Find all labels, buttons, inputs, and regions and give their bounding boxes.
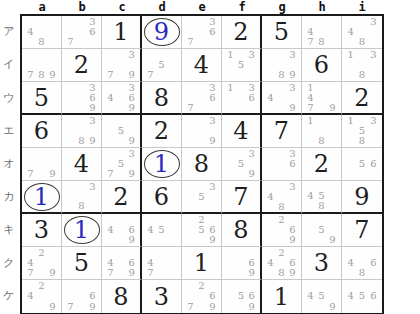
candidate-7: 7 <box>305 37 316 47</box>
row-label-5: オ <box>0 147 18 180</box>
candidate-grid: 2569 <box>182 214 221 246</box>
cell-d3[interactable]: 8 <box>142 82 182 115</box>
candidate-1: 1 <box>225 50 236 60</box>
candidate-7: 7 <box>185 37 196 47</box>
candidate-grid: 56 <box>342 148 382 180</box>
candidate-5: 5 <box>316 291 327 301</box>
candidate-5: 5 <box>316 225 327 235</box>
circled-digit: 1 <box>142 148 181 180</box>
candidate-7: 7 <box>65 302 76 312</box>
candidate-3: 3 <box>246 50 257 60</box>
digit: 8 <box>182 148 221 180</box>
candidate-6: 6 <box>246 93 257 103</box>
candidate-grid: 135 <box>222 49 260 81</box>
candidate-2: 2 <box>36 248 47 258</box>
candidate-9: 9 <box>287 103 298 113</box>
candidate-grid: 269 <box>262 214 301 246</box>
cell-g4[interactable]: 7 <box>262 115 302 148</box>
candidate-grid: 459 <box>302 280 341 313</box>
candidate-5: 5 <box>156 60 167 70</box>
candidate-3: 3 <box>207 182 218 192</box>
circled-digit: 1 <box>22 181 61 212</box>
candidate-4: 4 <box>265 192 276 202</box>
cell-g1[interactable]: 5 <box>262 16 302 49</box>
candidate-9: 9 <box>87 136 98 146</box>
candidate-9: 9 <box>207 235 218 245</box>
candidate-grid: 39 <box>182 115 221 147</box>
row-label-9: ケ <box>0 279 18 312</box>
row-label-8: ク <box>0 246 18 279</box>
column-label-a: a <box>22 0 62 14</box>
candidate-9: 9 <box>246 268 257 278</box>
candidate-grid: 349 <box>262 82 301 113</box>
candidate-grid: 478 <box>302 16 341 48</box>
digit: 2 <box>62 49 101 81</box>
digit: 1 <box>182 247 221 279</box>
candidate-grid: 38 <box>62 181 101 212</box>
cell-d9[interactable]: 3 <box>142 280 182 313</box>
digit: 6 <box>142 181 181 212</box>
candidate-9: 9 <box>207 136 218 146</box>
candidate-5: 5 <box>236 291 247 301</box>
candidate-9: 9 <box>287 70 298 80</box>
cell-f9[interactable]: 569 <box>222 280 262 313</box>
candidate-6: 6 <box>207 27 218 37</box>
digit: 5 <box>22 82 61 113</box>
cell-i1[interactable]: 348 <box>342 16 382 49</box>
candidate-grid: 359 <box>222 148 260 180</box>
candidate-5: 5 <box>116 126 127 136</box>
cell-i9[interactable]: 456 <box>342 280 382 313</box>
digit: 6 <box>22 115 61 147</box>
candidate-grid: 69 <box>222 247 260 279</box>
digit: 4 <box>222 115 260 147</box>
candidate-7: 7 <box>305 103 316 113</box>
cell-d5[interactable]: 1 <box>142 148 182 181</box>
candidate-9: 9 <box>87 302 98 312</box>
cell-f3[interactable]: 136 <box>222 82 262 115</box>
candidate-grid: 389 <box>62 115 101 147</box>
candidate-9: 9 <box>287 268 298 278</box>
candidate-grid: 569 <box>222 280 260 313</box>
candidate-7: 7 <box>145 268 156 278</box>
candidate-grid: 369 <box>62 82 101 113</box>
cell-c9[interactable]: 8 <box>102 280 142 313</box>
cell-b1[interactable]: 367 <box>62 16 102 49</box>
candidate-9: 9 <box>126 136 137 146</box>
candidate-grid: 24689 <box>262 247 301 279</box>
cell-d4[interactable]: 2 <box>142 115 182 148</box>
candidate-3: 3 <box>207 116 218 126</box>
candidate-2: 2 <box>196 281 207 291</box>
circled-digit: 1 <box>62 214 101 246</box>
row-label-7: キ <box>0 213 18 246</box>
cell-a6[interactable]: 1 <box>22 181 62 214</box>
candidate-8: 8 <box>356 136 367 146</box>
candidate-grid: 469 <box>102 214 140 246</box>
digit: 4 <box>62 148 101 180</box>
candidate-3: 3 <box>287 182 298 192</box>
candidate-grid: 679 <box>62 280 101 313</box>
cell-h5[interactable]: 2 <box>302 148 342 181</box>
candidate-2: 2 <box>276 215 287 225</box>
cell-e8[interactable]: 1 <box>182 247 222 280</box>
digit: 3 <box>22 214 61 246</box>
candidate-8: 8 <box>356 268 367 278</box>
candidate-3: 3 <box>246 149 257 159</box>
candidate-grid: 789 <box>22 49 61 81</box>
cell-h1[interactable]: 478 <box>302 16 342 49</box>
candidate-8: 8 <box>76 201 87 211</box>
cell-d8[interactable]: 47 <box>142 247 182 280</box>
candidate-5: 5 <box>116 159 127 169</box>
candidate-8: 8 <box>316 201 327 211</box>
candidate-9: 9 <box>87 103 98 113</box>
cell-h4[interactable]: 18 <box>302 115 342 148</box>
candidate-5: 5 <box>236 159 247 169</box>
candidate-grid: 18 <box>302 115 341 147</box>
candidate-grid: 367 <box>182 16 221 48</box>
cell-e5[interactable]: 8 <box>182 148 222 181</box>
candidate-6: 6 <box>368 258 379 268</box>
candidate-2: 2 <box>36 281 47 291</box>
column-label-f: f <box>222 0 262 14</box>
cell-f1[interactable]: 2 <box>222 16 262 49</box>
candidate-4: 4 <box>345 27 356 37</box>
candidate-4: 4 <box>305 191 316 201</box>
digit: 5 <box>262 16 301 48</box>
candidate-4: 4 <box>345 291 356 301</box>
candidate-9: 9 <box>47 302 58 312</box>
candidate-5: 5 <box>156 225 167 235</box>
digit: 7 <box>222 181 260 212</box>
candidate-9: 9 <box>327 235 338 245</box>
candidate-grid: 59 <box>302 214 341 246</box>
cell-g5[interactable]: 36 <box>262 148 302 181</box>
candidate-9: 9 <box>207 302 218 312</box>
cell-d7[interactable]: 45 <box>142 214 182 247</box>
candidate-9: 9 <box>47 70 58 80</box>
cell-b4[interactable]: 389 <box>62 115 102 148</box>
digit: 2 <box>222 16 260 48</box>
candidate-4: 4 <box>265 93 276 103</box>
cell-c1[interactable]: 1 <box>102 16 142 49</box>
candidate-grid: 79 <box>22 148 61 180</box>
digit: 7 <box>342 214 382 246</box>
candidate-grid: 136 <box>222 82 260 113</box>
cell-h8[interactable]: 3 <box>302 247 342 280</box>
candidate-9: 9 <box>327 302 338 312</box>
cell-c7[interactable]: 469 <box>102 214 142 247</box>
row-label-1: ア <box>0 15 18 48</box>
cell-c8[interactable]: 4679 <box>102 247 142 280</box>
cell-i5[interactable]: 56 <box>342 148 382 181</box>
cell-c5[interactable]: 3579 <box>102 148 142 181</box>
cell-h3[interactable]: 1479 <box>302 82 342 115</box>
cell-d6[interactable]: 6 <box>142 181 182 214</box>
candidate-1: 1 <box>225 83 236 93</box>
candidate-grid: 458 <box>302 181 341 212</box>
candidate-grid: 1358 <box>342 115 382 147</box>
candidate-1: 1 <box>305 116 316 126</box>
candidate-7: 7 <box>25 268 36 278</box>
cell-e6[interactable]: 35 <box>182 181 222 214</box>
cell-g9[interactable]: 1 <box>262 280 302 313</box>
candidate-grid: 48 <box>22 16 61 48</box>
cell-g8[interactable]: 24689 <box>262 247 302 280</box>
candidate-3: 3 <box>287 50 298 60</box>
candidate-8: 8 <box>356 70 367 80</box>
digit: 8 <box>222 214 260 246</box>
candidate-4: 4 <box>145 225 156 235</box>
column-label-b: b <box>62 0 102 14</box>
cell-c3[interactable]: 3469 <box>102 82 142 115</box>
digit: 9 <box>342 181 382 212</box>
digit: 1 <box>102 16 140 48</box>
cell-i3[interactable]: 2 <box>342 82 382 115</box>
cell-h2[interactable]: 6 <box>302 49 342 82</box>
candidate-7: 7 <box>185 302 196 312</box>
cell-b2[interactable]: 2 <box>62 49 102 82</box>
candidate-9: 9 <box>47 268 58 278</box>
candidate-3: 3 <box>126 50 137 60</box>
column-label-d: d <box>142 0 182 14</box>
column-label-g: g <box>262 0 302 14</box>
candidate-8: 8 <box>316 37 327 47</box>
candidate-9: 9 <box>246 302 257 312</box>
candidate-7: 7 <box>105 169 116 179</box>
candidate-grid: 348 <box>262 181 301 212</box>
row-label-6: カ <box>0 180 18 213</box>
candidate-9: 9 <box>287 235 298 245</box>
candidate-8: 8 <box>276 268 287 278</box>
cell-a3[interactable]: 5 <box>22 82 62 115</box>
candidate-6: 6 <box>368 159 379 169</box>
cell-h7[interactable]: 59 <box>302 214 342 247</box>
candidate-grid: 35 <box>182 181 221 212</box>
row-label-3: ウ <box>0 81 18 114</box>
cell-e2[interactable]: 4 <box>182 49 222 82</box>
cell-e1[interactable]: 367 <box>182 16 222 49</box>
candidate-grid: 36 <box>262 148 301 180</box>
column-label-c: c <box>102 0 142 14</box>
candidate-3: 3 <box>87 116 98 126</box>
candidate-9: 9 <box>246 169 257 179</box>
candidate-grid: 367 <box>182 82 221 113</box>
digit: 1 <box>262 280 301 313</box>
cell-h6[interactable]: 458 <box>302 181 342 214</box>
cell-a7[interactable]: 3 <box>22 214 62 247</box>
candidate-9: 9 <box>126 169 137 179</box>
candidate-5: 5 <box>356 159 367 169</box>
cell-f6[interactable]: 7 <box>222 181 262 214</box>
candidate-grid: 249 <box>22 280 61 313</box>
candidate-4: 4 <box>305 291 316 301</box>
candidate-4: 4 <box>105 93 116 103</box>
candidate-7: 7 <box>185 103 196 113</box>
digit: 2 <box>342 82 382 113</box>
cell-a5[interactable]: 79 <box>22 148 62 181</box>
candidate-8: 8 <box>276 70 287 80</box>
row-label-4: エ <box>0 114 18 147</box>
row-label-2: イ <box>0 48 18 81</box>
candidate-9: 9 <box>47 169 58 179</box>
candidate-5: 5 <box>236 60 247 70</box>
digit: 8 <box>142 82 181 113</box>
digit: 8 <box>102 280 140 313</box>
candidate-7: 7 <box>25 70 36 80</box>
cell-g3[interactable]: 349 <box>262 82 302 115</box>
candidate-grid: 468 <box>342 247 382 279</box>
digit: 3 <box>142 280 181 313</box>
cell-a2[interactable]: 789 <box>22 49 62 82</box>
cell-f2[interactable]: 135 <box>222 49 262 82</box>
candidate-6: 6 <box>287 159 298 169</box>
candidate-3: 3 <box>368 116 379 126</box>
candidate-7: 7 <box>145 70 156 80</box>
cell-b5[interactable]: 4 <box>62 148 102 181</box>
cell-i2[interactable]: 138 <box>342 49 382 82</box>
candidate-8: 8 <box>36 37 47 47</box>
candidate-3: 3 <box>87 182 98 192</box>
candidate-grid: 59 <box>102 115 140 147</box>
digit: 2 <box>102 181 140 212</box>
digit: 2 <box>302 148 341 180</box>
candidate-4: 4 <box>25 27 36 37</box>
circled-digit: 9 <box>142 16 181 48</box>
candidate-8: 8 <box>76 136 87 146</box>
candidate-grid: 138 <box>342 49 382 81</box>
cell-i7[interactable]: 7 <box>342 214 382 247</box>
cell-b7[interactable]: 1 <box>62 214 102 247</box>
candidate-9: 9 <box>126 103 137 113</box>
candidate-5: 5 <box>196 225 207 235</box>
cell-i6[interactable]: 9 <box>342 181 382 214</box>
candidate-6: 6 <box>368 291 379 301</box>
sudoku-app: abcdefghi アイウエオカキクケ 48367193672547834878… <box>0 0 420 314</box>
cell-b9[interactable]: 679 <box>62 280 102 313</box>
candidate-9: 9 <box>126 70 137 80</box>
candidate-grid: 3579 <box>102 148 140 180</box>
candidate-4: 4 <box>105 225 116 235</box>
cell-f7[interactable]: 8 <box>222 214 262 247</box>
cell-a8[interactable]: 2479 <box>22 247 62 280</box>
candidate-7: 7 <box>105 268 116 278</box>
candidate-grid: 45 <box>142 214 181 246</box>
candidate-8: 8 <box>356 37 367 47</box>
sudoku-board: 4836719367254783487892379574135389613853… <box>20 14 384 314</box>
candidate-6: 6 <box>87 27 98 37</box>
cell-g2[interactable]: 389 <box>262 49 302 82</box>
candidate-8: 8 <box>36 70 47 80</box>
candidate-grid: 2679 <box>182 280 221 313</box>
candidate-4: 4 <box>265 258 276 268</box>
cell-i8[interactable]: 468 <box>342 247 382 280</box>
cell-e9[interactable]: 2679 <box>182 280 222 313</box>
candidate-4: 4 <box>345 258 356 268</box>
candidate-grid: 4679 <box>102 247 140 279</box>
digit: 2 <box>142 115 181 147</box>
candidate-grid: 1479 <box>302 82 341 113</box>
candidate-8: 8 <box>276 202 287 212</box>
candidate-5: 5 <box>196 192 207 202</box>
cell-a4[interactable]: 6 <box>22 115 62 148</box>
cell-b8[interactable]: 5 <box>62 247 102 280</box>
candidate-grid: 456 <box>342 280 382 313</box>
cell-a1[interactable]: 48 <box>22 16 62 49</box>
candidate-grid: 2479 <box>22 247 61 279</box>
candidate-3: 3 <box>287 83 298 93</box>
candidate-3: 3 <box>126 149 137 159</box>
cell-a9[interactable]: 249 <box>22 280 62 313</box>
candidate-7: 7 <box>105 70 116 80</box>
candidate-grid: 47 <box>142 247 181 279</box>
column-label-i: i <box>342 0 382 14</box>
column-label-h: h <box>302 0 342 14</box>
candidate-2: 2 <box>276 248 287 258</box>
candidate-grid: 3469 <box>102 82 140 113</box>
cell-f8[interactable]: 69 <box>222 247 262 280</box>
candidate-grid: 57 <box>142 49 181 81</box>
cell-g6[interactable]: 348 <box>262 181 302 214</box>
candidate-8: 8 <box>316 136 327 146</box>
candidate-grid: 389 <box>262 49 301 81</box>
cell-d1[interactable]: 9 <box>142 16 182 49</box>
cell-c6[interactable]: 2 <box>102 181 142 214</box>
candidate-4: 4 <box>25 291 36 301</box>
candidate-7: 7 <box>65 37 76 47</box>
cell-c2[interactable]: 379 <box>102 49 142 82</box>
candidate-grid: 379 <box>102 49 140 81</box>
candidate-5: 5 <box>356 291 367 301</box>
cell-i4[interactable]: 1358 <box>342 115 382 148</box>
cell-c4[interactable]: 59 <box>102 115 142 148</box>
candidate-1: 1 <box>345 50 356 60</box>
cell-b3[interactable]: 369 <box>62 82 102 115</box>
column-label-e: e <box>182 0 222 14</box>
candidate-9: 9 <box>126 235 137 245</box>
candidate-1: 1 <box>345 116 356 126</box>
cell-d2[interactable]: 57 <box>142 49 182 82</box>
candidate-7: 7 <box>25 169 36 179</box>
cell-h9[interactable]: 459 <box>302 280 342 313</box>
candidate-grid: 348 <box>342 16 382 48</box>
cell-e3[interactable]: 367 <box>182 82 222 115</box>
cell-e7[interactable]: 2569 <box>182 214 222 247</box>
cell-f4[interactable]: 4 <box>222 115 262 148</box>
digit: 3 <box>302 247 341 279</box>
candidate-6: 6 <box>207 93 218 103</box>
cell-b6[interactable]: 38 <box>62 181 102 214</box>
cell-e4[interactable]: 39 <box>182 115 222 148</box>
cell-g7[interactable]: 269 <box>262 214 302 247</box>
candidate-3: 3 <box>368 17 379 27</box>
digit: 7 <box>262 115 301 147</box>
digit: 4 <box>182 49 221 81</box>
candidate-9: 9 <box>327 103 338 113</box>
cell-f5[interactable]: 359 <box>222 148 262 181</box>
candidate-3: 3 <box>368 50 379 60</box>
candidate-grid: 367 <box>62 16 101 48</box>
candidate-9: 9 <box>126 268 137 278</box>
digit: 5 <box>62 247 101 279</box>
digit: 6 <box>302 49 341 81</box>
